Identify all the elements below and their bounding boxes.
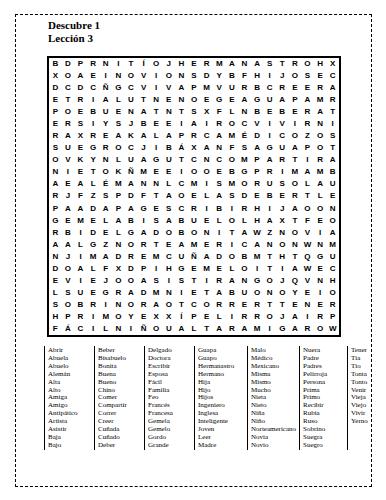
grid-cell: P — [175, 130, 188, 142]
grid-cell: M — [314, 166, 327, 178]
grid-cell: I — [175, 166, 188, 178]
grid-cell: Z — [301, 130, 314, 142]
grid-cell: E — [251, 190, 264, 202]
grid-cell: D — [251, 130, 264, 142]
grid-cell: J — [62, 251, 75, 263]
grid-cell: O — [125, 70, 138, 82]
grid-cell: A — [112, 215, 125, 227]
grid-cell: A — [99, 94, 112, 106]
grid-cell: I — [263, 118, 276, 130]
grid-cell: E — [162, 94, 175, 106]
grid-cell: I — [162, 275, 175, 287]
grid-cell: P — [49, 203, 62, 215]
grid-cell: R — [251, 311, 264, 323]
grid-cell: M — [188, 239, 201, 251]
grid-cell: R — [49, 130, 62, 142]
grid-cell: A — [125, 287, 138, 299]
grid-cell: V — [301, 227, 314, 239]
grid-cell: A — [200, 251, 213, 263]
grid-cell: X — [276, 215, 289, 227]
grid-cell: A — [137, 227, 150, 239]
grid-cell: P — [289, 94, 302, 106]
grid-cell: Ñ — [99, 82, 112, 94]
grid-cell: I — [226, 311, 239, 323]
grid-cell: Í — [175, 311, 188, 323]
grid-cell: V — [62, 275, 75, 287]
grid-cell: G — [238, 166, 251, 178]
grid-cell: F — [213, 106, 226, 118]
grid-cell: I — [263, 130, 276, 142]
grid-cell: E — [87, 275, 100, 287]
grid-cell: G — [99, 287, 112, 299]
grid-cell: N — [150, 178, 163, 190]
grid-cell: N — [314, 239, 327, 251]
grid-cell: V — [137, 82, 150, 94]
grid-cell: Á — [175, 142, 188, 154]
grid-cell: U — [276, 142, 289, 154]
grid-cell: R — [213, 299, 226, 311]
grid-cell: F — [238, 70, 251, 82]
grid-cell: V — [213, 82, 226, 94]
grid-cell: I — [125, 323, 138, 335]
grid-cell: E — [188, 287, 201, 299]
grid-cell: O — [301, 203, 314, 215]
grid-cell: M — [200, 263, 213, 275]
grid-cell: I — [175, 118, 188, 130]
grid-cell: B — [137, 118, 150, 130]
grid-cell: J — [137, 142, 150, 154]
grid-cell: S — [49, 299, 62, 311]
grid-cell: A — [289, 263, 302, 275]
grid-cell: V — [62, 154, 75, 166]
grid-cell: P — [74, 58, 87, 70]
grid-cell: E — [99, 130, 112, 142]
grid-cell: I — [150, 142, 163, 154]
grid-cell: R — [238, 311, 251, 323]
grid-cell: A — [289, 311, 302, 323]
grid-cell: R — [238, 203, 251, 215]
grid-cell: E — [213, 263, 226, 275]
grid-cell: R — [314, 82, 327, 94]
grid-cell: K — [112, 166, 125, 178]
grid-cell: D — [125, 263, 138, 275]
grid-cell: O — [150, 58, 163, 70]
grid-cell: T — [200, 287, 213, 299]
grid-cell: A — [326, 154, 339, 166]
grid-cell: L — [49, 287, 62, 299]
worksheet-title: Descubre 1 Lección 3 — [48, 19, 100, 45]
grid-cell: C — [200, 130, 213, 142]
grid-cell: X — [150, 311, 163, 323]
grid-cell: L — [112, 227, 125, 239]
grid-cell: O — [188, 166, 201, 178]
grid-cell: O — [226, 215, 239, 227]
grid-cell: I — [87, 94, 100, 106]
grid-cell: E — [87, 70, 100, 82]
grid-cell: E — [188, 58, 201, 70]
grid-cell: G — [137, 203, 150, 215]
grid-cell: X — [200, 106, 213, 118]
grid-cell: O — [314, 130, 327, 142]
grid-cell: A — [314, 106, 327, 118]
grid-cell: P — [49, 106, 62, 118]
grid-cell: A — [226, 58, 239, 70]
grid-cell: D — [200, 70, 213, 82]
grid-cell: E — [301, 287, 314, 299]
grid-cell: U — [175, 251, 188, 263]
word-item: Suegro — [303, 442, 345, 450]
grid-cell: R — [251, 299, 264, 311]
grid-cell: E — [188, 190, 201, 202]
grid-cell: M — [112, 178, 125, 190]
grid-cell: O — [188, 227, 201, 239]
grid-cell: J — [276, 311, 289, 323]
grid-cell: S — [276, 178, 289, 190]
grid-cell: A — [74, 178, 87, 190]
grid-cell: E — [213, 166, 226, 178]
grid-cell: O — [301, 58, 314, 70]
grid-cell: I — [74, 275, 87, 287]
grid-cell: R — [200, 58, 213, 70]
grid-cell: M — [314, 94, 327, 106]
grid-cell: T — [175, 154, 188, 166]
grid-cell: T — [226, 227, 239, 239]
grid-cell: M — [226, 130, 239, 142]
grid-cell: T — [263, 299, 276, 311]
grid-cell: H — [314, 58, 327, 70]
grid-cell: N — [200, 227, 213, 239]
grid-cell: N — [238, 106, 251, 118]
grid-cell: Y — [87, 154, 100, 166]
grid-cell: T — [276, 58, 289, 70]
grid-cell: L — [87, 178, 100, 190]
grid-cell: B — [62, 227, 75, 239]
grid-cell: V — [251, 118, 264, 130]
grid-cell: Y — [213, 70, 226, 82]
grid-cell: A — [326, 227, 339, 239]
grid-cell: B — [263, 190, 276, 202]
grid-cell: B — [326, 166, 339, 178]
grid-cell: A — [49, 239, 62, 251]
word-item: Yerno — [351, 418, 386, 426]
grid-cell: E — [289, 82, 302, 94]
grid-cell: T — [289, 215, 302, 227]
grid-cell: D — [213, 251, 226, 263]
grid-cell: I — [289, 118, 302, 130]
grid-cell: E — [162, 239, 175, 251]
grid-cell: U — [263, 94, 276, 106]
grid-cell: P — [188, 311, 201, 323]
grid-cell: K — [74, 154, 87, 166]
grid-cell: A — [150, 299, 163, 311]
grid-cell: X — [326, 58, 339, 70]
grid-cell: E — [87, 215, 100, 227]
grid-cell: A — [162, 190, 175, 202]
grid-cell: U — [226, 82, 239, 94]
grid-cell: E — [188, 263, 201, 275]
grid-cell: O — [263, 311, 276, 323]
grid-cell: A — [326, 82, 339, 94]
grid-cell: J — [62, 190, 75, 202]
grid-cell: N — [175, 70, 188, 82]
word-list-column-2: BeberBisabueloBonitaBuenaBuenoChinoComer… — [94, 346, 144, 450]
grid-cell: T — [263, 251, 276, 263]
word-list: AbrirAbuelaAbueloAlemánAltaAltoAmigaAmig… — [44, 346, 386, 450]
grid-cell: E — [137, 251, 150, 263]
grid-cell: L — [99, 215, 112, 227]
grid-cell: R — [188, 203, 201, 215]
grid-cell: G — [112, 82, 125, 94]
grid-cell: R — [301, 323, 314, 335]
grid-cell: V — [137, 70, 150, 82]
grid-cell: E — [314, 215, 327, 227]
grid-cell: K — [125, 130, 138, 142]
grid-cell: R — [289, 190, 302, 202]
grid-cell: I — [87, 311, 100, 323]
grid-cell: D — [150, 227, 163, 239]
grid-cell: B — [251, 82, 264, 94]
grid-cell: A — [125, 203, 138, 215]
grid-cell: O — [188, 94, 201, 106]
grid-cell: O — [162, 227, 175, 239]
grid-cell: F — [137, 190, 150, 202]
grid-cell: N — [49, 166, 62, 178]
grid-cell: N — [162, 106, 175, 118]
grid-cell: N — [112, 70, 125, 82]
grid-cell: B — [251, 106, 264, 118]
grid-cell: C — [162, 251, 175, 263]
grid-cell: A — [62, 203, 75, 215]
grid-cell: O — [62, 70, 75, 82]
grid-cell: R — [62, 118, 75, 130]
grid-cell: A — [188, 118, 201, 130]
grid-cell: H — [49, 311, 62, 323]
grid-cell: I — [276, 263, 289, 275]
grid-cell: S — [112, 118, 125, 130]
grid-cell: R — [74, 94, 87, 106]
grid-cell: X — [112, 263, 125, 275]
title-line-book: Descubre 1 — [48, 19, 100, 32]
grid-cell: E — [137, 311, 150, 323]
grid-cell: E — [226, 94, 239, 106]
grid-cell: C — [87, 82, 100, 94]
grid-cell: O — [200, 166, 213, 178]
word-item: Madre — [198, 442, 245, 450]
grid-cell: S — [326, 130, 339, 142]
grid-cell: O — [49, 154, 62, 166]
grid-cell: E — [87, 287, 100, 299]
grid-cell: G — [150, 154, 163, 166]
grid-cell: T — [200, 323, 213, 335]
grid-cell: R — [276, 82, 289, 94]
grid-cell: N — [263, 239, 276, 251]
grid-cell: Ñ — [137, 323, 150, 335]
grid-cell: O — [238, 263, 251, 275]
grid-cell: A — [162, 130, 175, 142]
grid-cell: E — [99, 227, 112, 239]
grid-cell: M — [137, 166, 150, 178]
word-item: Novio — [251, 442, 297, 450]
grid-cell: H — [175, 58, 188, 70]
grid-cell: C — [238, 118, 251, 130]
grid-cell: C — [125, 82, 138, 94]
grid-cell: A — [74, 263, 87, 275]
grid-cell: S — [99, 190, 112, 202]
grid-cell: I — [200, 203, 213, 215]
grid-cell: L — [213, 215, 226, 227]
grid-cell: W — [301, 263, 314, 275]
grid-cell: A — [226, 275, 239, 287]
grid-cell: U — [326, 178, 339, 190]
grid-cell: M — [99, 311, 112, 323]
grid-cell: A — [62, 130, 75, 142]
grid-cell: U — [238, 287, 251, 299]
grid-cell: R — [326, 94, 339, 106]
grid-cell: I — [263, 203, 276, 215]
grid-cell: B — [162, 142, 175, 154]
grid-cell: E — [74, 166, 87, 178]
grid-cell: C — [125, 142, 138, 154]
grid-cell: O — [112, 142, 125, 154]
grid-cell: R — [326, 299, 339, 311]
grid-cell: S — [226, 190, 239, 202]
grid-cell: Y — [99, 118, 112, 130]
grid-cell: I — [200, 118, 213, 130]
grid-cell: S — [74, 118, 87, 130]
grid-cell: Í — [137, 58, 150, 70]
grid-cell: G — [175, 263, 188, 275]
grid-cell: L — [87, 263, 100, 275]
grid-cell: D — [137, 287, 150, 299]
grid-cell: A — [314, 178, 327, 190]
grid-cell: B — [49, 58, 62, 70]
grid-cell: A — [213, 190, 226, 202]
grid-cell: G — [49, 215, 62, 227]
grid-cell: M — [326, 239, 339, 251]
grid-cell: O — [112, 311, 125, 323]
grid-cell: Ñ — [188, 251, 201, 263]
grid-cell: N — [326, 203, 339, 215]
grid-cell: N — [137, 178, 150, 190]
grid-cell: E — [62, 215, 75, 227]
word-list-column-1: AbrirAbuelaAbueloAlemánAltaAltoAmigaAmig… — [44, 346, 94, 450]
grid-cell: E — [200, 215, 213, 227]
grid-cell: C — [74, 323, 87, 335]
grid-cell: R — [49, 227, 62, 239]
grid-cell: A — [238, 94, 251, 106]
grid-cell: X — [188, 142, 201, 154]
grid-cell: D — [125, 190, 138, 202]
grid-cell: B — [238, 251, 251, 263]
grid-cell: G — [213, 94, 226, 106]
grid-cell: O — [62, 263, 75, 275]
grid-cell: W — [326, 323, 339, 335]
grid-cell: T — [87, 166, 100, 178]
grid-cell: I — [87, 118, 100, 130]
grid-cell: U — [162, 323, 175, 335]
grid-cell: A — [137, 275, 150, 287]
grid-cell: A — [137, 130, 150, 142]
grid-cell: A — [112, 130, 125, 142]
grid-cell: E — [301, 82, 314, 94]
grid-cell: O — [226, 251, 239, 263]
grid-cell: Z — [263, 227, 276, 239]
grid-cell: C — [326, 263, 339, 275]
grid-cell: R — [226, 299, 239, 311]
grid-cell: E — [314, 299, 327, 311]
grid-cell: A — [263, 215, 276, 227]
grid-cell: E — [200, 239, 213, 251]
grid-cell: O — [263, 275, 276, 287]
grid-cell: R — [314, 154, 327, 166]
word-item: Grande — [148, 442, 192, 450]
grid-cell: S — [49, 142, 62, 154]
grid-cell: X — [162, 311, 175, 323]
grid-cell: E — [276, 190, 289, 202]
grid-cell: R — [301, 106, 314, 118]
grid-cell: A — [74, 203, 87, 215]
grid-cell: T — [150, 190, 163, 202]
grid-cell: D — [74, 82, 87, 94]
grid-cell: G — [251, 275, 264, 287]
grid-cell: A — [213, 323, 226, 335]
grid-cell: I — [150, 82, 163, 94]
grid-cell: D — [238, 190, 251, 202]
grid-cell: L — [74, 239, 87, 251]
grid-cell: I — [263, 323, 276, 335]
grid-cell: L — [99, 323, 112, 335]
grid-cell: F — [49, 323, 62, 335]
grid-cell: L — [238, 215, 251, 227]
grid-cell: I — [263, 70, 276, 82]
grid-cell: E — [326, 190, 339, 202]
grid-cell: A — [238, 227, 251, 239]
grid-cell: P — [251, 154, 264, 166]
grid-cell: M — [226, 178, 239, 190]
grid-cell: E — [289, 299, 302, 311]
grid-cell: I — [276, 166, 289, 178]
grid-cell: C — [238, 239, 251, 251]
grid-cell: Y — [289, 287, 302, 299]
grid-cell: L — [112, 94, 125, 106]
grid-cell: U — [74, 287, 87, 299]
grid-cell: R — [276, 154, 289, 166]
grid-cell: H — [162, 263, 175, 275]
grid-cell: D — [49, 263, 62, 275]
grid-cell: X — [74, 130, 87, 142]
grid-cell: M — [150, 251, 163, 263]
grid-cell: I — [301, 154, 314, 166]
grid-cell: L — [226, 263, 239, 275]
grid-cell: U — [125, 154, 138, 166]
grid-cell: O — [150, 323, 163, 335]
grid-cell: A — [251, 58, 264, 70]
grid-cell: L — [162, 178, 175, 190]
grid-cell: A — [74, 70, 87, 82]
grid-cell: V — [162, 82, 175, 94]
grid-cell: E — [150, 203, 163, 215]
grid-cell: N — [125, 106, 138, 118]
grid-cell: J — [276, 275, 289, 287]
grid-cell: N — [49, 251, 62, 263]
grid-cell: S — [213, 178, 226, 190]
grid-cell: I — [200, 178, 213, 190]
grid-cell: D — [49, 82, 62, 94]
grid-cell: S — [188, 106, 201, 118]
grid-cell: R — [188, 130, 201, 142]
grid-cell: J — [276, 70, 289, 82]
grid-cell: N — [276, 227, 289, 239]
